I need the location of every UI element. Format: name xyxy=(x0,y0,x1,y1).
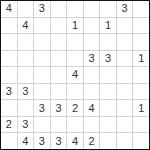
cell-empty-r9c7[interactable] xyxy=(100,133,116,149)
cell-empty-r3c7[interactable] xyxy=(100,34,116,50)
cell-empty-r1c2[interactable] xyxy=(18,1,34,17)
cell-empty-r4c1[interactable] xyxy=(1,51,17,67)
cell-clue-r2c7: 1 xyxy=(100,18,116,34)
minesweeper-board: 433411331433332412343342 xyxy=(0,0,150,150)
cell-empty-r6c7[interactable] xyxy=(100,84,116,100)
cell-empty-r9c9[interactable] xyxy=(133,133,149,149)
cell-clue-r1c8: 3 xyxy=(117,1,133,17)
cell-empty-r4c8[interactable] xyxy=(117,51,133,67)
cell-empty-r2c9[interactable] xyxy=(133,18,149,34)
cell-clue-r5c5: 4 xyxy=(67,67,83,83)
cell-empty-r1c5[interactable] xyxy=(67,1,83,17)
cell-empty-r3c9[interactable] xyxy=(133,34,149,50)
cell-clue-r2c2: 4 xyxy=(18,18,34,34)
cell-clue-r4c6: 3 xyxy=(84,51,100,67)
cell-empty-r7c7[interactable] xyxy=(100,100,116,116)
cell-clue-r4c7: 3 xyxy=(100,51,116,67)
cell-clue-r6c1: 3 xyxy=(1,84,17,100)
cell-empty-r2c1[interactable] xyxy=(1,18,17,34)
cell-empty-r5c8[interactable] xyxy=(117,67,133,83)
cell-empty-r5c3[interactable] xyxy=(34,67,50,83)
cell-empty-r4c4[interactable] xyxy=(51,51,67,67)
cell-empty-r6c8[interactable] xyxy=(117,84,133,100)
cell-empty-r4c2[interactable] xyxy=(18,51,34,67)
cell-empty-r8c4[interactable] xyxy=(51,117,67,133)
cell-empty-r5c1[interactable] xyxy=(1,67,17,83)
cell-empty-r3c5[interactable] xyxy=(67,34,83,50)
cell-empty-r4c5[interactable] xyxy=(67,51,83,67)
cell-empty-r4c3[interactable] xyxy=(34,51,50,67)
cell-empty-r3c1[interactable] xyxy=(1,34,17,50)
cell-empty-r7c1[interactable] xyxy=(1,100,17,116)
cell-clue-r9c2: 4 xyxy=(18,133,34,149)
cell-empty-r8c3[interactable] xyxy=(34,117,50,133)
cell-empty-r8c8[interactable] xyxy=(117,117,133,133)
cell-empty-r7c8[interactable] xyxy=(117,100,133,116)
cell-clue-r2c5: 1 xyxy=(67,18,83,34)
cell-empty-r1c6[interactable] xyxy=(84,1,100,17)
cell-empty-r9c8[interactable] xyxy=(117,133,133,149)
cell-empty-r6c5[interactable] xyxy=(67,84,83,100)
cell-empty-r8c6[interactable] xyxy=(84,117,100,133)
cell-clue-r7c4: 3 xyxy=(51,100,67,116)
cell-empty-r1c9[interactable] xyxy=(133,1,149,17)
cell-empty-r1c7[interactable] xyxy=(100,1,116,17)
cell-empty-r3c2[interactable] xyxy=(18,34,34,50)
cell-empty-r5c9[interactable] xyxy=(133,67,149,83)
cell-empty-r8c9[interactable] xyxy=(133,117,149,133)
cell-clue-r4c9: 1 xyxy=(133,51,149,67)
cell-empty-r2c3[interactable] xyxy=(34,18,50,34)
cell-empty-r6c4[interactable] xyxy=(51,84,67,100)
cell-clue-r8c1: 2 xyxy=(1,117,17,133)
cell-clue-r7c9: 1 xyxy=(133,100,149,116)
cell-clue-r9c3: 3 xyxy=(34,133,50,149)
cell-empty-r3c4[interactable] xyxy=(51,34,67,50)
cell-clue-r1c1: 4 xyxy=(1,1,17,17)
cell-clue-r8c2: 3 xyxy=(18,117,34,133)
cell-empty-r6c3[interactable] xyxy=(34,84,50,100)
cell-empty-r8c5[interactable] xyxy=(67,117,83,133)
cell-empty-r5c4[interactable] xyxy=(51,67,67,83)
cell-empty-r5c7[interactable] xyxy=(100,67,116,83)
cell-empty-r2c8[interactable] xyxy=(117,18,133,34)
cell-empty-r8c7[interactable] xyxy=(100,117,116,133)
cell-empty-r3c6[interactable] xyxy=(84,34,100,50)
cell-clue-r9c5: 4 xyxy=(67,133,83,149)
cell-clue-r9c4: 3 xyxy=(51,133,67,149)
cell-empty-r5c6[interactable] xyxy=(84,67,100,83)
cell-empty-r6c6[interactable] xyxy=(84,84,100,100)
cell-empty-r9c1[interactable] xyxy=(1,133,17,149)
cell-empty-r3c8[interactable] xyxy=(117,34,133,50)
cell-empty-r5c2[interactable] xyxy=(18,67,34,83)
cell-empty-r1c4[interactable] xyxy=(51,1,67,17)
cell-clue-r6c2: 3 xyxy=(18,84,34,100)
cell-empty-r7c2[interactable] xyxy=(18,100,34,116)
cell-empty-r2c4[interactable] xyxy=(51,18,67,34)
cell-empty-r3c3[interactable] xyxy=(34,34,50,50)
cell-empty-r2c6[interactable] xyxy=(84,18,100,34)
puzzle-grid: 433411331433332412343342 xyxy=(1,1,149,149)
cell-clue-r1c3: 3 xyxy=(34,1,50,17)
cell-clue-r7c3: 3 xyxy=(34,100,50,116)
cell-empty-r6c9[interactable] xyxy=(133,84,149,100)
cell-clue-r9c6: 2 xyxy=(84,133,100,149)
cell-clue-r7c6: 4 xyxy=(84,100,100,116)
cell-clue-r7c5: 2 xyxy=(67,100,83,116)
